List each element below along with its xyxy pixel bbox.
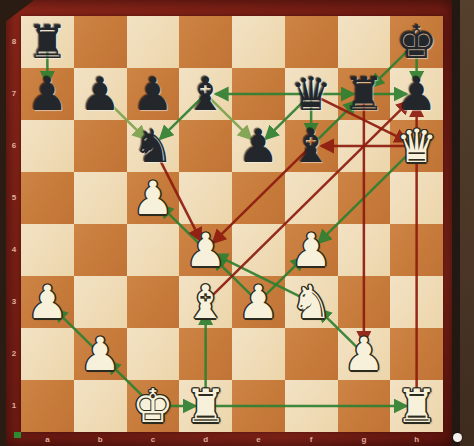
square-a5[interactable]	[21, 172, 74, 224]
background-strip	[452, 0, 460, 446]
piece-white-bishop-d3[interactable]: ♝	[179, 276, 232, 328]
square-f8[interactable]	[285, 16, 338, 68]
piece-white-pawn-e3[interactable]: ♟	[232, 276, 285, 328]
square-g4[interactable]	[338, 224, 391, 276]
file-label-e: e	[248, 435, 268, 446]
file-label-c: c	[143, 435, 163, 446]
square-e8[interactable]	[232, 16, 285, 68]
square-e4[interactable]	[232, 224, 285, 276]
square-a4[interactable]	[21, 224, 74, 276]
piece-black-pawn-a7[interactable]: ♟	[21, 68, 74, 120]
piece-white-pawn-f4[interactable]: ♟	[285, 224, 338, 276]
square-a1[interactable]	[21, 380, 74, 432]
square-h2[interactable]	[390, 328, 443, 380]
square-e2[interactable]	[232, 328, 285, 380]
square-g8[interactable]	[338, 16, 391, 68]
piece-black-knight-c6[interactable]: ♞	[127, 120, 180, 172]
piece-white-queen-h6[interactable]: ♛	[390, 120, 443, 172]
piece-white-king-c1[interactable]: ♚	[127, 380, 180, 432]
file-label-a: a	[37, 435, 57, 446]
piece-black-pawn-c7[interactable]: ♟	[127, 68, 180, 120]
square-d2[interactable]	[179, 328, 232, 380]
square-g1[interactable]	[338, 380, 391, 432]
piece-white-pawn-c5[interactable]: ♟	[127, 172, 180, 224]
piece-black-queen-f7[interactable]: ♛	[285, 68, 338, 120]
rank-label-6: 6	[8, 141, 20, 150]
piece-black-king-h8[interactable]: ♚	[390, 16, 443, 68]
square-d8[interactable]	[179, 16, 232, 68]
square-e1[interactable]	[232, 380, 285, 432]
rank-label-4: 4	[8, 245, 20, 254]
piece-black-rook-g7[interactable]: ♜	[338, 68, 391, 120]
piece-white-pawn-a3[interactable]: ♟	[21, 276, 74, 328]
square-c8[interactable]	[127, 16, 180, 68]
square-g5[interactable]	[338, 172, 391, 224]
rank-label-8: 8	[8, 37, 20, 46]
chess-analysis-screenshot: { "game": "chess", "app_context": "analy…	[0, 0, 474, 446]
rank-label-2: 2	[8, 349, 20, 358]
rank-label-3: 3	[8, 297, 20, 306]
square-h4[interactable]	[390, 224, 443, 276]
file-label-f: f	[301, 435, 321, 446]
square-d6[interactable]	[179, 120, 232, 172]
square-g6[interactable]	[338, 120, 391, 172]
square-e5[interactable]	[232, 172, 285, 224]
piece-white-pawn-b2[interactable]: ♟	[74, 328, 127, 380]
file-label-g: g	[354, 435, 374, 446]
square-c4[interactable]	[127, 224, 180, 276]
square-b6[interactable]	[74, 120, 127, 172]
side-to-move-dot	[453, 433, 462, 442]
piece-white-rook-d1[interactable]: ♜	[179, 380, 232, 432]
square-a2[interactable]	[21, 328, 74, 380]
square-b1[interactable]	[74, 380, 127, 432]
square-e7[interactable]	[232, 68, 285, 120]
square-d5[interactable]	[179, 172, 232, 224]
board-state-indicator	[14, 432, 21, 438]
square-b3[interactable]	[74, 276, 127, 328]
square-b8[interactable]	[74, 16, 127, 68]
piece-black-bishop-d7[interactable]: ♝	[179, 68, 232, 120]
piece-white-rook-h1[interactable]: ♜	[390, 380, 443, 432]
square-h5[interactable]	[390, 172, 443, 224]
square-f5[interactable]	[285, 172, 338, 224]
square-a6[interactable]	[21, 120, 74, 172]
rank-label-7: 7	[8, 89, 20, 98]
file-label-b: b	[90, 435, 110, 446]
rank-label-5: 5	[8, 193, 20, 202]
piece-black-pawn-h7[interactable]: ♟	[390, 68, 443, 120]
background-wood	[460, 0, 474, 446]
piece-white-pawn-d4[interactable]: ♟	[179, 224, 232, 276]
piece-black-rook-a8[interactable]: ♜	[21, 16, 74, 68]
piece-black-bishop-f6[interactable]: ♝	[285, 120, 338, 172]
piece-white-knight-f3[interactable]: ♞	[285, 276, 338, 328]
piece-black-pawn-e6[interactable]: ♟	[232, 120, 285, 172]
file-label-h: h	[407, 435, 427, 446]
rank-label-1: 1	[8, 401, 20, 410]
piece-white-pawn-g2[interactable]: ♟	[338, 328, 391, 380]
square-c2[interactable]	[127, 328, 180, 380]
file-label-d: d	[196, 435, 216, 446]
square-g3[interactable]	[338, 276, 391, 328]
square-c3[interactable]	[127, 276, 180, 328]
piece-black-pawn-b7[interactable]: ♟	[74, 68, 127, 120]
square-h3[interactable]	[390, 276, 443, 328]
square-f1[interactable]	[285, 380, 338, 432]
square-f2[interactable]	[285, 328, 338, 380]
square-b4[interactable]	[74, 224, 127, 276]
square-b5[interactable]	[74, 172, 127, 224]
